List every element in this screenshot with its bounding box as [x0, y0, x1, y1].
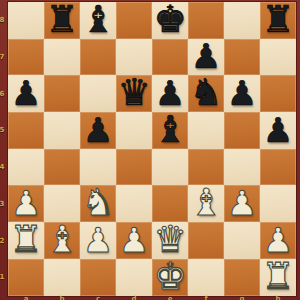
square-b7[interactable] [44, 39, 80, 75]
chess-diagram: ♜♝♚♜♟♟♛♟♞♟♟♝♟♟♞♝♟♜♝♟♟♛♟♚♜ 87654321abcdef… [0, 0, 300, 300]
square-g5[interactable] [224, 112, 260, 149]
piece-white-pawn[interactable]: ♟ [119, 223, 149, 257]
square-c4[interactable] [80, 149, 116, 185]
square-e4[interactable] [152, 149, 188, 185]
square-b1[interactable] [44, 259, 80, 296]
piece-white-queen[interactable]: ♛ [153, 221, 186, 258]
square-g6[interactable]: ♟ [224, 75, 260, 112]
square-d6[interactable]: ♛ [116, 75, 152, 112]
square-g8[interactable] [224, 2, 260, 39]
square-f7[interactable]: ♟ [188, 39, 224, 75]
square-f2[interactable] [188, 222, 224, 259]
file-label-d: d [116, 295, 152, 300]
square-e7[interactable] [152, 39, 188, 75]
piece-black-rook[interactable]: ♜ [45, 1, 78, 38]
square-c5[interactable]: ♟ [80, 112, 116, 149]
rank-label-5: 5 [0, 126, 6, 134]
rank-label-2: 2 [0, 237, 6, 245]
square-c1[interactable] [80, 259, 116, 296]
square-c6[interactable] [80, 75, 116, 112]
square-g3[interactable]: ♟ [224, 185, 260, 222]
square-c8[interactable]: ♝ [80, 2, 116, 39]
square-f5[interactable] [188, 112, 224, 149]
square-g4[interactable] [224, 149, 260, 185]
piece-white-bishop[interactable]: ♝ [189, 184, 222, 221]
square-e5[interactable]: ♝ [152, 112, 188, 149]
file-label-a: a [8, 295, 44, 300]
piece-white-pawn[interactable]: ♟ [83, 223, 113, 257]
square-h7[interactable] [260, 39, 296, 75]
square-f4[interactable] [188, 149, 224, 185]
piece-black-pawn[interactable]: ♟ [155, 76, 185, 110]
piece-black-bishop[interactable]: ♝ [81, 1, 114, 38]
square-h4[interactable] [260, 149, 296, 185]
piece-white-pawn[interactable]: ♟ [227, 186, 257, 220]
rank-label-7: 7 [0, 53, 6, 61]
square-a3[interactable]: ♟ [8, 185, 44, 222]
square-a5[interactable] [8, 112, 44, 149]
square-h5[interactable]: ♟ [260, 112, 296, 149]
piece-black-king[interactable]: ♚ [153, 1, 186, 38]
square-e1[interactable]: ♚ [152, 259, 188, 296]
rank-label-6: 6 [0, 90, 6, 98]
file-label-f: f [188, 295, 224, 300]
square-b8[interactable]: ♜ [44, 2, 80, 39]
square-d1[interactable] [116, 259, 152, 296]
square-h1[interactable]: ♜ [260, 259, 296, 296]
square-g2[interactable] [224, 222, 260, 259]
square-e3[interactable] [152, 185, 188, 222]
piece-white-bishop[interactable]: ♝ [45, 221, 78, 258]
piece-black-pawn[interactable]: ♟ [83, 113, 113, 147]
square-b3[interactable] [44, 185, 80, 222]
piece-white-king[interactable]: ♚ [153, 258, 186, 295]
square-h2[interactable]: ♟ [260, 222, 296, 259]
piece-white-rook[interactable]: ♜ [9, 221, 42, 258]
piece-white-knight[interactable]: ♞ [81, 184, 114, 221]
square-a4[interactable] [8, 149, 44, 185]
square-e2[interactable]: ♛ [152, 222, 188, 259]
square-d5[interactable] [116, 112, 152, 149]
piece-black-queen[interactable]: ♛ [117, 74, 150, 111]
square-d7[interactable] [116, 39, 152, 75]
square-f1[interactable] [188, 259, 224, 296]
rank-label-8: 8 [0, 16, 6, 24]
piece-black-bishop[interactable]: ♝ [153, 111, 186, 148]
piece-black-pawn[interactable]: ♟ [11, 76, 41, 110]
square-c3[interactable]: ♞ [80, 185, 116, 222]
file-label-b: b [44, 295, 80, 300]
square-b6[interactable] [44, 75, 80, 112]
piece-white-pawn[interactable]: ♟ [263, 223, 293, 257]
square-d2[interactable]: ♟ [116, 222, 152, 259]
piece-white-pawn[interactable]: ♟ [11, 186, 41, 220]
piece-black-pawn[interactable]: ♟ [191, 39, 221, 73]
chess-board: ♜♝♚♜♟♟♛♟♞♟♟♝♟♟♞♝♟♜♝♟♟♛♟♚♜ [8, 2, 296, 296]
square-d8[interactable] [116, 2, 152, 39]
rank-label-4: 4 [0, 163, 6, 171]
piece-black-rook[interactable]: ♜ [261, 1, 294, 38]
square-b4[interactable] [44, 149, 80, 185]
piece-white-rook[interactable]: ♜ [261, 258, 294, 295]
square-d3[interactable] [116, 185, 152, 222]
piece-black-pawn[interactable]: ♟ [227, 76, 257, 110]
file-label-c: c [80, 295, 116, 300]
square-g1[interactable] [224, 259, 260, 296]
file-label-e: e [152, 295, 188, 300]
square-c7[interactable] [80, 39, 116, 75]
square-f8[interactable] [188, 2, 224, 39]
square-h8[interactable]: ♜ [260, 2, 296, 39]
square-c2[interactable]: ♟ [80, 222, 116, 259]
square-a7[interactable] [8, 39, 44, 75]
square-h6[interactable] [260, 75, 296, 112]
square-b5[interactable] [44, 112, 80, 149]
file-label-h: h [260, 295, 296, 300]
square-a1[interactable] [8, 259, 44, 296]
rank-label-3: 3 [0, 200, 6, 208]
square-b2[interactable]: ♝ [44, 222, 80, 259]
file-label-g: g [224, 295, 260, 300]
square-a8[interactable] [8, 2, 44, 39]
square-d4[interactable] [116, 149, 152, 185]
square-h3[interactable] [260, 185, 296, 222]
square-a6[interactable]: ♟ [8, 75, 44, 112]
piece-black-pawn[interactable]: ♟ [263, 113, 293, 147]
square-e8[interactable]: ♚ [152, 2, 188, 39]
rank-label-1: 1 [0, 273, 6, 281]
square-f3[interactable]: ♝ [188, 185, 224, 222]
square-e6[interactable]: ♟ [152, 75, 188, 112]
square-g7[interactable] [224, 39, 260, 75]
square-f6[interactable]: ♞ [188, 75, 224, 112]
square-a2[interactable]: ♜ [8, 222, 44, 259]
piece-black-knight[interactable]: ♞ [189, 74, 222, 111]
